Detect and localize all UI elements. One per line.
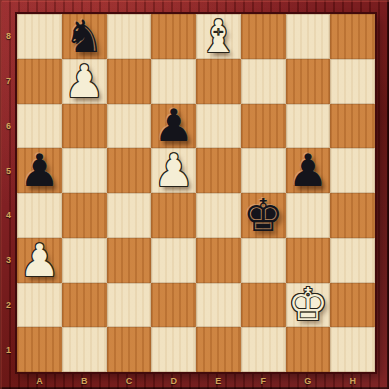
square-f4[interactable]: ♚ xyxy=(241,193,286,238)
square-g8[interactable] xyxy=(286,14,331,59)
file-labels: ABCDEFGH xyxy=(17,373,375,389)
white-pawn-b7[interactable]: ♟ xyxy=(62,59,107,104)
rank-label-1: 1 xyxy=(0,327,17,372)
white-bishop-e8[interactable]: ♝ xyxy=(196,14,241,59)
square-c5[interactable] xyxy=(107,148,152,193)
square-e3[interactable] xyxy=(196,238,241,283)
square-g5[interactable]: ♟ xyxy=(286,148,331,193)
square-g4[interactable] xyxy=(286,193,331,238)
square-h2[interactable] xyxy=(330,283,375,328)
square-b1[interactable] xyxy=(62,327,107,372)
file-label-f: F xyxy=(241,373,286,389)
square-h5[interactable] xyxy=(330,148,375,193)
chess-board-frame: 87654321 ABCDEFGH ♞♝♟♟♟♟♟♚♟♚ xyxy=(0,0,389,389)
square-e7[interactable] xyxy=(196,59,241,104)
rank-labels: 87654321 xyxy=(0,14,17,372)
square-h8[interactable] xyxy=(330,14,375,59)
square-a3[interactable]: ♟ xyxy=(17,238,62,283)
square-e8[interactable]: ♝ xyxy=(196,14,241,59)
square-d2[interactable] xyxy=(151,283,196,328)
square-b7[interactable]: ♟ xyxy=(62,59,107,104)
square-f3[interactable] xyxy=(241,238,286,283)
rank-label-7: 7 xyxy=(0,59,17,104)
square-e5[interactable] xyxy=(196,148,241,193)
square-a1[interactable] xyxy=(17,327,62,372)
square-f1[interactable] xyxy=(241,327,286,372)
square-g1[interactable] xyxy=(286,327,331,372)
rank-label-8: 8 xyxy=(0,14,17,59)
square-h4[interactable] xyxy=(330,193,375,238)
square-a2[interactable] xyxy=(17,283,62,328)
square-g2[interactable]: ♚ xyxy=(286,283,331,328)
square-g7[interactable] xyxy=(286,59,331,104)
square-d4[interactable] xyxy=(151,193,196,238)
black-knight-b8[interactable]: ♞ xyxy=(62,14,107,59)
square-e4[interactable] xyxy=(196,193,241,238)
square-f6[interactable] xyxy=(241,104,286,149)
white-king-g2[interactable]: ♚ xyxy=(286,283,331,328)
white-pawn-d5[interactable]: ♟ xyxy=(151,148,196,193)
square-b5[interactable] xyxy=(62,148,107,193)
square-h7[interactable] xyxy=(330,59,375,104)
file-label-e: E xyxy=(196,373,241,389)
square-c6[interactable] xyxy=(107,104,152,149)
file-label-c: C xyxy=(107,373,152,389)
square-g3[interactable] xyxy=(286,238,331,283)
square-b2[interactable] xyxy=(62,283,107,328)
square-c1[interactable] xyxy=(107,327,152,372)
square-e1[interactable] xyxy=(196,327,241,372)
square-c4[interactable] xyxy=(107,193,152,238)
rank-label-2: 2 xyxy=(0,283,17,328)
square-b8[interactable]: ♞ xyxy=(62,14,107,59)
square-e2[interactable] xyxy=(196,283,241,328)
square-a6[interactable] xyxy=(17,104,62,149)
black-pawn-a5[interactable]: ♟ xyxy=(17,148,62,193)
square-d3[interactable] xyxy=(151,238,196,283)
black-king-f4[interactable]: ♚ xyxy=(241,193,286,238)
square-a7[interactable] xyxy=(17,59,62,104)
square-d6[interactable]: ♟ xyxy=(151,104,196,149)
rank-label-3: 3 xyxy=(0,238,17,283)
square-c3[interactable] xyxy=(107,238,152,283)
square-d5[interactable]: ♟ xyxy=(151,148,196,193)
square-b3[interactable] xyxy=(62,238,107,283)
square-b6[interactable] xyxy=(62,104,107,149)
file-label-d: D xyxy=(151,373,196,389)
square-d8[interactable] xyxy=(151,14,196,59)
square-h6[interactable] xyxy=(330,104,375,149)
rank-label-4: 4 xyxy=(0,193,17,238)
file-label-b: B xyxy=(62,373,107,389)
square-b4[interactable] xyxy=(62,193,107,238)
square-f7[interactable] xyxy=(241,59,286,104)
square-f5[interactable] xyxy=(241,148,286,193)
chess-board: ♞♝♟♟♟♟♟♚♟♚ xyxy=(17,14,375,372)
square-g6[interactable] xyxy=(286,104,331,149)
file-label-a: A xyxy=(17,373,62,389)
black-pawn-g5[interactable]: ♟ xyxy=(286,148,331,193)
square-d1[interactable] xyxy=(151,327,196,372)
file-label-h: H xyxy=(330,373,375,389)
square-e6[interactable] xyxy=(196,104,241,149)
square-c2[interactable] xyxy=(107,283,152,328)
square-h1[interactable] xyxy=(330,327,375,372)
square-a4[interactable] xyxy=(17,193,62,238)
white-pawn-a3[interactable]: ♟ xyxy=(17,238,62,283)
file-label-g: G xyxy=(286,373,331,389)
square-h3[interactable] xyxy=(330,238,375,283)
square-a8[interactable] xyxy=(17,14,62,59)
square-f8[interactable] xyxy=(241,14,286,59)
square-f2[interactable] xyxy=(241,283,286,328)
square-c7[interactable] xyxy=(107,59,152,104)
square-c8[interactable] xyxy=(107,14,152,59)
square-a5[interactable]: ♟ xyxy=(17,148,62,193)
rank-label-6: 6 xyxy=(0,104,17,149)
square-d7[interactable] xyxy=(151,59,196,104)
rank-label-5: 5 xyxy=(0,148,17,193)
black-pawn-d6[interactable]: ♟ xyxy=(151,104,196,149)
